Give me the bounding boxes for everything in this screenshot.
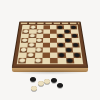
- checkers-board: ●●●●●●●●●●●●●●●●●●●●●●●●: [12, 22, 88, 68]
- board-grid: ●●●●●●●●●●●●●●●●●●●●●●●●: [17, 25, 83, 64]
- board-shadow: [9, 69, 91, 75]
- loose-white-checker: ●: [31, 85, 38, 91]
- white-checker: ●: [19, 58, 26, 64]
- product-photo: ●●●●●●●●●●●●●●●●●●●●●●●● ●●●●●●: [0, 0, 100, 100]
- board-square: ●: [34, 58, 42, 64]
- black-checker: ●: [66, 58, 73, 64]
- loose-black-checker: ●: [57, 82, 64, 88]
- loose-white-checker: ●: [44, 78, 51, 84]
- board-square: [42, 58, 50, 64]
- white-checker: ●: [35, 58, 42, 64]
- board-square: [73, 58, 82, 64]
- board-square: [50, 58, 58, 64]
- board-frame: ●●●●●●●●●●●●●●●●●●●●●●●●: [12, 22, 88, 68]
- loose-black-checker: ●: [30, 76, 37, 82]
